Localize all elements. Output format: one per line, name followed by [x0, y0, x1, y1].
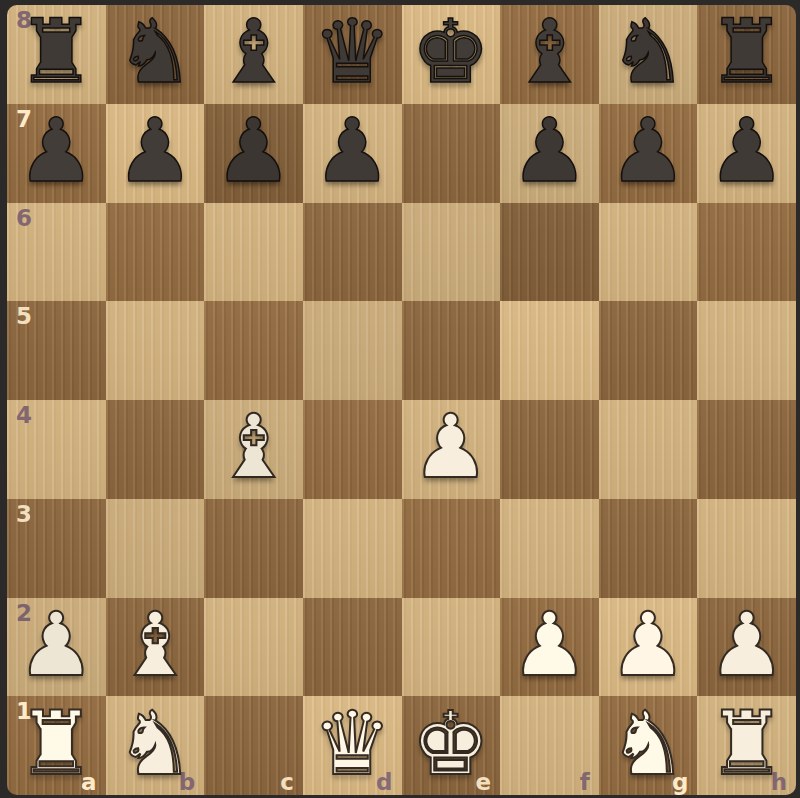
square-a2[interactable]: 2♟ [7, 598, 106, 697]
black-king-e8[interactable]: ♚ [411, 8, 490, 96]
white-queen-d1[interactable]: ♛ [313, 700, 392, 788]
square-e2[interactable] [402, 598, 501, 697]
square-e3[interactable] [402, 499, 501, 598]
square-h8[interactable]: ♜ [697, 5, 796, 104]
chess-app-background: 8♜♞♝♛♚♝♞♜7♟♟♟♟♟♟♟654♝♟32♟♝♟♟♟1a♜b♞cd♛e♚f… [0, 0, 800, 798]
white-bishop-c4[interactable]: ♝ [214, 403, 293, 491]
square-b2[interactable]: ♝ [106, 598, 205, 697]
square-a6[interactable]: 6 [7, 203, 106, 302]
black-pawn-a7[interactable]: ♟ [17, 107, 96, 195]
square-f4[interactable] [500, 400, 599, 499]
square-c2[interactable] [204, 598, 303, 697]
square-h2[interactable]: ♟ [697, 598, 796, 697]
square-g8[interactable]: ♞ [599, 5, 698, 104]
square-c5[interactable] [204, 301, 303, 400]
square-f5[interactable] [500, 301, 599, 400]
square-d8[interactable]: ♛ [303, 5, 402, 104]
black-queen-d8[interactable]: ♛ [313, 8, 392, 96]
square-d3[interactable] [303, 499, 402, 598]
black-pawn-g7[interactable]: ♟ [609, 107, 688, 195]
square-a1[interactable]: 1a♜ [7, 696, 106, 795]
black-bishop-c8[interactable]: ♝ [214, 8, 293, 96]
black-pawn-f7[interactable]: ♟ [510, 107, 589, 195]
black-rook-a8[interactable]: ♜ [17, 8, 96, 96]
square-c8[interactable]: ♝ [204, 5, 303, 104]
square-b7[interactable]: ♟ [106, 104, 205, 203]
square-c1[interactable]: c [204, 696, 303, 795]
square-d4[interactable] [303, 400, 402, 499]
square-b8[interactable]: ♞ [106, 5, 205, 104]
square-g5[interactable] [599, 301, 698, 400]
square-d1[interactable]: d♛ [303, 696, 402, 795]
white-pawn-g2[interactable]: ♟ [609, 601, 688, 689]
square-e1[interactable]: e♚ [402, 696, 501, 795]
white-pawn-f2[interactable]: ♟ [510, 601, 589, 689]
file-label-f: f [580, 769, 590, 795]
square-a5[interactable]: 5 [7, 301, 106, 400]
black-pawn-b7[interactable]: ♟ [115, 107, 194, 195]
white-pawn-e4[interactable]: ♟ [411, 403, 490, 491]
black-knight-g8[interactable]: ♞ [609, 8, 688, 96]
square-d7[interactable]: ♟ [303, 104, 402, 203]
square-e6[interactable] [402, 203, 501, 302]
square-b5[interactable] [106, 301, 205, 400]
black-pawn-h7[interactable]: ♟ [707, 107, 786, 195]
square-h3[interactable] [697, 499, 796, 598]
square-c7[interactable]: ♟ [204, 104, 303, 203]
square-h5[interactable] [697, 301, 796, 400]
square-f2[interactable]: ♟ [500, 598, 599, 697]
square-d2[interactable] [303, 598, 402, 697]
square-h6[interactable] [697, 203, 796, 302]
square-e4[interactable]: ♟ [402, 400, 501, 499]
square-f8[interactable]: ♝ [500, 5, 599, 104]
square-f3[interactable] [500, 499, 599, 598]
rank-label-5: 5 [16, 303, 32, 329]
square-a8[interactable]: 8♜ [7, 5, 106, 104]
square-d6[interactable] [303, 203, 402, 302]
file-label-c: c [280, 769, 294, 795]
square-b1[interactable]: b♞ [106, 696, 205, 795]
square-g4[interactable] [599, 400, 698, 499]
white-king-e1[interactable]: ♚ [411, 700, 490, 788]
black-knight-b8[interactable]: ♞ [115, 8, 194, 96]
square-b6[interactable] [106, 203, 205, 302]
square-c3[interactable] [204, 499, 303, 598]
square-a7[interactable]: 7♟ [7, 104, 106, 203]
black-pawn-c7[interactable]: ♟ [214, 107, 293, 195]
chess-board: 8♜♞♝♛♚♝♞♜7♟♟♟♟♟♟♟654♝♟32♟♝♟♟♟1a♜b♞cd♛e♚f… [7, 5, 796, 795]
square-b3[interactable] [106, 499, 205, 598]
white-knight-b1[interactable]: ♞ [115, 700, 194, 788]
square-a3[interactable]: 3 [7, 499, 106, 598]
white-rook-a1[interactable]: ♜ [17, 700, 96, 788]
square-e5[interactable] [402, 301, 501, 400]
white-bishop-b2[interactable]: ♝ [115, 601, 194, 689]
black-bishop-f8[interactable]: ♝ [510, 8, 589, 96]
square-e8[interactable]: ♚ [402, 5, 501, 104]
square-g3[interactable] [599, 499, 698, 598]
square-g2[interactable]: ♟ [599, 598, 698, 697]
square-b4[interactable] [106, 400, 205, 499]
square-f6[interactable] [500, 203, 599, 302]
rank-label-6: 6 [16, 205, 32, 231]
rank-label-4: 4 [16, 402, 32, 428]
square-g7[interactable]: ♟ [599, 104, 698, 203]
white-rook-h1[interactable]: ♜ [707, 700, 786, 788]
white-pawn-h2[interactable]: ♟ [707, 601, 786, 689]
square-c6[interactable] [204, 203, 303, 302]
square-c4[interactable]: ♝ [204, 400, 303, 499]
square-g6[interactable] [599, 203, 698, 302]
square-f1[interactable]: f [500, 696, 599, 795]
square-h7[interactable]: ♟ [697, 104, 796, 203]
black-rook-h8[interactable]: ♜ [707, 8, 786, 96]
square-a4[interactable]: 4 [7, 400, 106, 499]
black-pawn-d7[interactable]: ♟ [313, 107, 392, 195]
square-h4[interactable] [697, 400, 796, 499]
white-knight-g1[interactable]: ♞ [609, 700, 688, 788]
square-d5[interactable] [303, 301, 402, 400]
square-f7[interactable]: ♟ [500, 104, 599, 203]
square-g1[interactable]: g♞ [599, 696, 698, 795]
square-e7[interactable] [402, 104, 501, 203]
white-pawn-a2[interactable]: ♟ [17, 601, 96, 689]
rank-label-3: 3 [16, 501, 32, 527]
square-h1[interactable]: h♜ [697, 696, 796, 795]
